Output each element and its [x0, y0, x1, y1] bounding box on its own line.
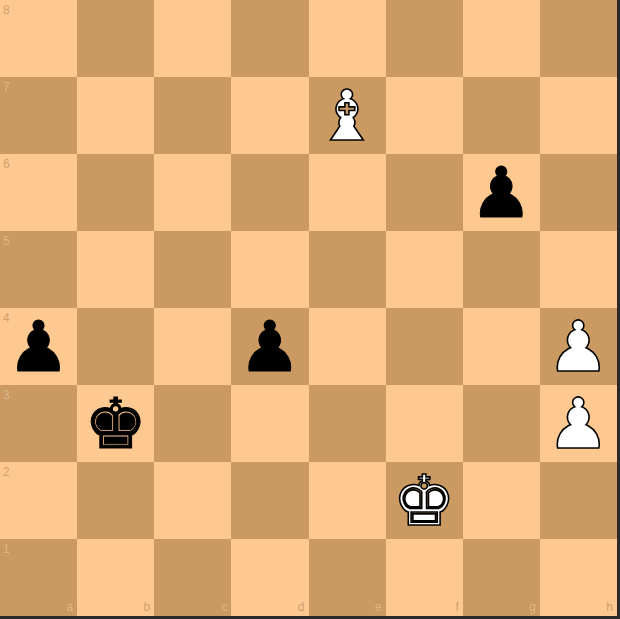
square-g1[interactable]: g	[463, 539, 540, 616]
rank-label-1: 1	[3, 543, 10, 555]
file-label-c: c	[221, 601, 227, 613]
square-g6[interactable]: ♟	[463, 154, 540, 231]
file-label-e: e	[375, 601, 382, 613]
square-h1[interactable]: h	[540, 539, 617, 616]
square-c8[interactable]	[154, 0, 231, 77]
square-e1[interactable]: e	[309, 539, 386, 616]
square-b3[interactable]: ♚	[77, 385, 154, 462]
square-d2[interactable]	[231, 462, 308, 539]
square-h6[interactable]	[540, 154, 617, 231]
square-g4[interactable]	[463, 308, 540, 385]
square-d1[interactable]: d	[231, 539, 308, 616]
square-h5[interactable]	[540, 231, 617, 308]
square-c6[interactable]	[154, 154, 231, 231]
square-h8[interactable]	[540, 0, 617, 77]
rank-label-2: 2	[3, 466, 10, 478]
rank-label-3: 3	[3, 389, 10, 401]
square-c4[interactable]	[154, 308, 231, 385]
chessboard-screenshot: 87♝6♟54♟♟♟3♚♟2♚1abcdefgh	[0, 0, 620, 619]
square-c3[interactable]	[154, 385, 231, 462]
white-pawn-icon[interactable]: ♟	[540, 308, 617, 385]
square-g8[interactable]	[463, 0, 540, 77]
square-g5[interactable]	[463, 231, 540, 308]
rank-label-7: 7	[3, 81, 10, 93]
black-king-icon[interactable]: ♚	[77, 385, 154, 462]
square-h3[interactable]: ♟	[540, 385, 617, 462]
square-e7[interactable]: ♝	[309, 77, 386, 154]
file-label-b: b	[144, 601, 151, 613]
square-e2[interactable]	[309, 462, 386, 539]
square-f2[interactable]: ♚	[386, 462, 463, 539]
white-pawn-icon[interactable]: ♟	[540, 385, 617, 462]
square-d4[interactable]: ♟	[231, 308, 308, 385]
square-g3[interactable]	[463, 385, 540, 462]
square-a4[interactable]: 4♟	[0, 308, 77, 385]
square-e6[interactable]	[309, 154, 386, 231]
square-c1[interactable]: c	[154, 539, 231, 616]
square-d3[interactable]	[231, 385, 308, 462]
square-a8[interactable]: 8	[0, 0, 77, 77]
square-c5[interactable]	[154, 231, 231, 308]
square-h2[interactable]	[540, 462, 617, 539]
square-a5[interactable]: 5	[0, 231, 77, 308]
square-c7[interactable]	[154, 77, 231, 154]
rank-label-8: 8	[3, 4, 10, 16]
square-b7[interactable]	[77, 77, 154, 154]
square-b5[interactable]	[77, 231, 154, 308]
square-c2[interactable]	[154, 462, 231, 539]
square-b8[interactable]	[77, 0, 154, 77]
square-b2[interactable]	[77, 462, 154, 539]
file-label-d: d	[298, 601, 305, 613]
square-b1[interactable]: b	[77, 539, 154, 616]
rank-label-5: 5	[3, 235, 10, 247]
square-g7[interactable]	[463, 77, 540, 154]
black-pawn-icon[interactable]: ♟	[463, 154, 540, 231]
square-b6[interactable]	[77, 154, 154, 231]
black-pawn-icon[interactable]: ♟	[231, 308, 308, 385]
square-e3[interactable]	[309, 385, 386, 462]
square-h7[interactable]	[540, 77, 617, 154]
square-f7[interactable]	[386, 77, 463, 154]
square-a2[interactable]: 2	[0, 462, 77, 539]
black-pawn-icon[interactable]: ♟	[0, 308, 77, 385]
square-f1[interactable]: f	[386, 539, 463, 616]
square-d5[interactable]	[231, 231, 308, 308]
square-e8[interactable]	[309, 0, 386, 77]
square-f4[interactable]	[386, 308, 463, 385]
square-d6[interactable]	[231, 154, 308, 231]
square-b4[interactable]	[77, 308, 154, 385]
chess-board: 87♝6♟54♟♟♟3♚♟2♚1abcdefgh	[0, 0, 620, 619]
square-e4[interactable]	[309, 308, 386, 385]
white-king-icon[interactable]: ♚	[386, 462, 463, 539]
square-d8[interactable]	[231, 0, 308, 77]
square-a7[interactable]: 7	[0, 77, 77, 154]
file-label-h: h	[606, 601, 613, 613]
square-g2[interactable]	[463, 462, 540, 539]
square-h4[interactable]: ♟	[540, 308, 617, 385]
rank-label-6: 6	[3, 158, 10, 170]
square-f8[interactable]	[386, 0, 463, 77]
square-f5[interactable]	[386, 231, 463, 308]
square-a6[interactable]: 6	[0, 154, 77, 231]
white-bishop-icon[interactable]: ♝	[309, 77, 386, 154]
file-label-f: f	[455, 601, 458, 613]
file-label-g: g	[529, 601, 536, 613]
file-label-a: a	[66, 601, 73, 613]
square-f6[interactable]	[386, 154, 463, 231]
square-e5[interactable]	[309, 231, 386, 308]
square-d7[interactable]	[231, 77, 308, 154]
square-a3[interactable]: 3	[0, 385, 77, 462]
square-a1[interactable]: 1a	[0, 539, 77, 616]
square-f3[interactable]	[386, 385, 463, 462]
